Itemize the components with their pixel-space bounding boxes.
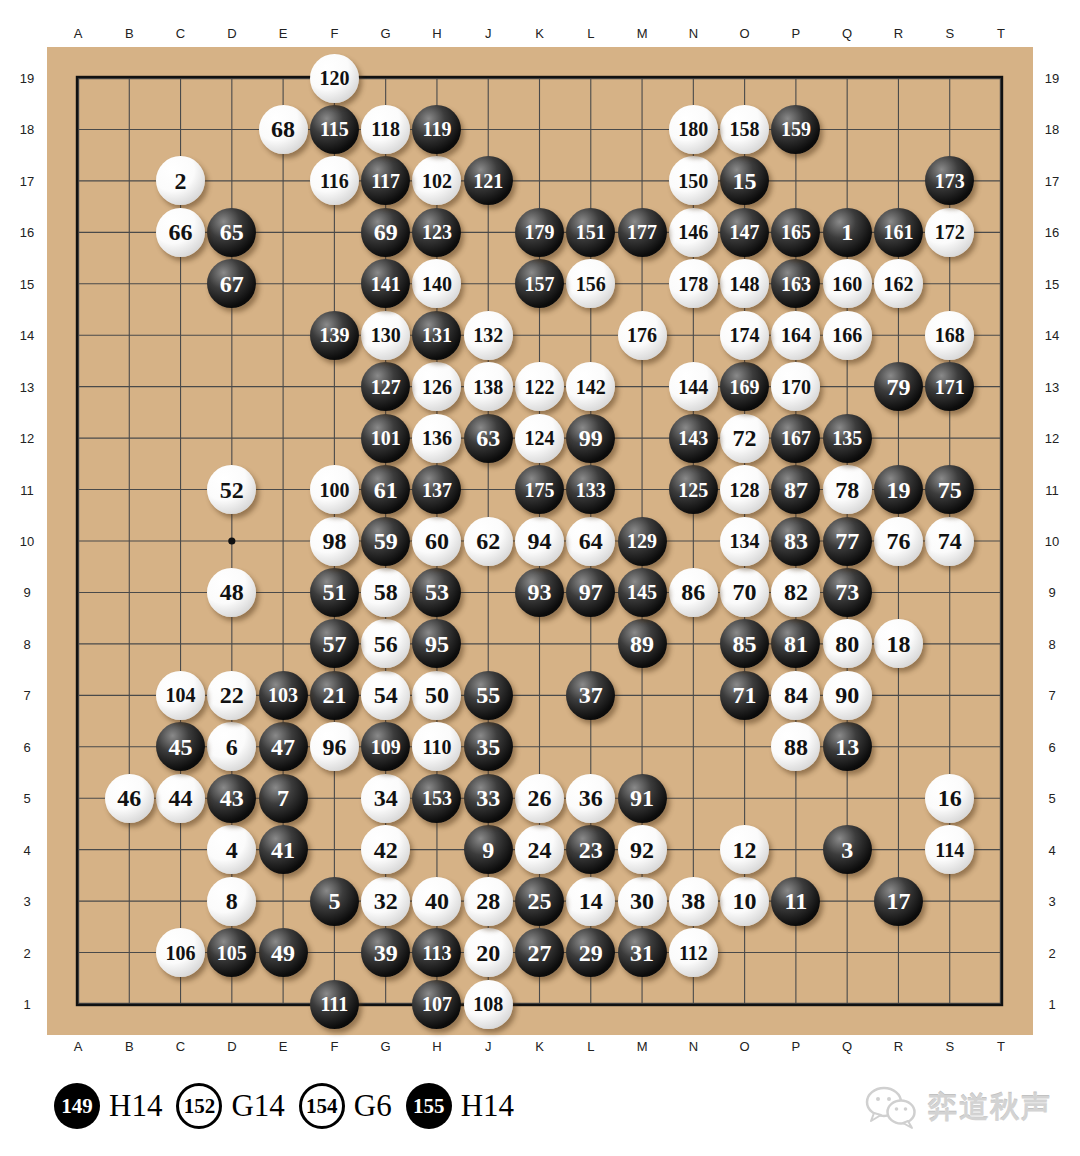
- stone-G12-move-101: 101: [361, 414, 410, 463]
- stone-number: 179: [525, 222, 555, 242]
- coord-label-left-15: 15: [20, 276, 34, 291]
- stone-number: 10: [733, 889, 757, 913]
- stone-number: 64: [579, 529, 603, 553]
- stone-number: 123: [422, 222, 452, 242]
- stone-O7-move-71: 71: [720, 671, 769, 720]
- stone-number: 93: [528, 580, 552, 604]
- stone-L2-move-29: 29: [566, 928, 615, 977]
- stone-number: 50: [425, 683, 449, 707]
- stone-number: 95: [425, 632, 449, 656]
- stone-K12-move-124: 124: [515, 414, 564, 463]
- stone-number: 58: [374, 580, 398, 604]
- coord-label-left-18: 18: [20, 122, 34, 137]
- stone-G14-move-130: 130: [361, 311, 410, 360]
- watermark: 弈道秋声: [862, 1082, 1052, 1134]
- stone-number: 124: [525, 428, 555, 448]
- stone-J7-move-55: 55: [464, 671, 513, 720]
- caption-point-152: G14: [231, 1088, 284, 1124]
- caption-move-155: 155H14: [406, 1083, 514, 1129]
- coord-label-left-13: 13: [20, 379, 34, 394]
- stone-number: 4: [226, 838, 238, 862]
- stone-number: 176: [627, 325, 657, 345]
- stone-J5-move-33: 33: [464, 774, 513, 823]
- stone-K15-move-157: 157: [515, 259, 564, 308]
- stone-number: 22: [220, 683, 244, 707]
- coord-label-right-9: 9: [1048, 585, 1055, 600]
- stone-number: 48: [220, 580, 244, 604]
- coord-label-right-2: 2: [1048, 945, 1055, 960]
- stone-E2-move-49: 49: [259, 928, 308, 977]
- stone-L10-move-64: 64: [566, 517, 615, 566]
- stone-number: 129: [627, 531, 657, 551]
- coord-label-top-Q: Q: [842, 26, 852, 41]
- stone-number: 30: [630, 889, 654, 913]
- coord-label-left-11: 11: [20, 482, 34, 497]
- coord-label-top-A: A: [74, 26, 83, 41]
- coord-label-left-3: 3: [23, 894, 30, 909]
- coord-label-bottom-A: A: [74, 1039, 83, 1054]
- stone-number: 128: [730, 480, 760, 500]
- stone-number: 98: [322, 529, 346, 553]
- coord-label-right-3: 3: [1048, 894, 1055, 909]
- stone-F8-move-57: 57: [310, 619, 359, 668]
- coord-label-left-1: 1: [23, 997, 30, 1012]
- stone-number: 158: [730, 119, 760, 139]
- stone-number: 138: [473, 377, 503, 397]
- stone-number: 40: [425, 889, 449, 913]
- star-point-D10: [228, 537, 235, 544]
- coord-label-right-13: 13: [1045, 379, 1059, 394]
- caption-stone-155: 155: [406, 1083, 452, 1129]
- stone-J12-move-63: 63: [464, 414, 513, 463]
- stone-number: 111: [320, 994, 348, 1014]
- stone-G4-move-42: 42: [361, 825, 410, 874]
- coord-label-top-B: B: [125, 26, 134, 41]
- stone-number: 41: [271, 838, 295, 862]
- stone-G16-move-69: 69: [361, 208, 410, 257]
- stone-number: 55: [476, 683, 500, 707]
- stone-number: 171: [935, 377, 965, 397]
- stone-K11-move-175: 175: [515, 465, 564, 514]
- stone-number: 91: [630, 786, 654, 810]
- coord-label-right-19: 19: [1045, 71, 1059, 86]
- stone-S10-move-74: 74: [925, 517, 974, 566]
- stone-number: 72: [733, 426, 757, 450]
- stone-number: 83: [784, 529, 808, 553]
- stone-number: 170: [781, 377, 811, 397]
- stone-number: 1: [841, 220, 853, 244]
- stone-number: 39: [374, 941, 398, 965]
- stone-number: 119: [422, 119, 451, 139]
- stone-Q4-move-3: 3: [823, 825, 872, 874]
- stone-H14-move-131: 131: [412, 311, 461, 360]
- stone-N16-move-146: 146: [669, 208, 718, 257]
- stone-number: 68: [271, 117, 295, 141]
- watermark-text: 弈道秋声: [928, 1088, 1052, 1128]
- stone-J1-move-108: 108: [464, 980, 513, 1029]
- stone-number: 23: [579, 838, 603, 862]
- stone-F14-move-139: 139: [310, 311, 359, 360]
- coord-label-left-14: 14: [20, 328, 34, 343]
- coord-label-top-P: P: [792, 26, 801, 41]
- stone-number: 161: [883, 222, 913, 242]
- stone-S5-move-16: 16: [925, 774, 974, 823]
- stone-number: 24: [528, 838, 552, 862]
- stone-R8-move-18: 18: [874, 619, 923, 668]
- stone-Q11-move-78: 78: [823, 465, 872, 514]
- stone-number: 125: [678, 480, 708, 500]
- stone-number: 133: [576, 480, 606, 500]
- stone-number: 92: [630, 838, 654, 862]
- stone-M2-move-31: 31: [618, 928, 667, 977]
- coord-label-left-12: 12: [20, 431, 34, 446]
- stone-number: 168: [935, 325, 965, 345]
- stone-P14-move-164: 164: [771, 311, 820, 360]
- coord-label-bottom-R: R: [894, 1039, 903, 1054]
- stone-number: 99: [579, 426, 603, 450]
- stone-number: 45: [169, 735, 193, 759]
- coord-label-top-L: L: [587, 26, 594, 41]
- stone-number: 34: [374, 786, 398, 810]
- stone-number: 96: [322, 735, 346, 759]
- stone-number: 117: [371, 171, 400, 191]
- stone-K13-move-122: 122: [515, 362, 564, 411]
- coord-label-top-K: K: [535, 26, 544, 41]
- coord-label-top-T: T: [997, 26, 1005, 41]
- coord-label-left-17: 17: [20, 173, 34, 188]
- stone-P10-move-83: 83: [771, 517, 820, 566]
- stone-L12-move-99: 99: [566, 414, 615, 463]
- stone-O4-move-12: 12: [720, 825, 769, 874]
- stone-number: 77: [835, 529, 859, 553]
- stone-number: 101: [371, 428, 401, 448]
- stone-N9-move-86: 86: [669, 568, 718, 617]
- stone-number: 104: [166, 685, 196, 705]
- coord-label-bottom-C: C: [176, 1039, 185, 1054]
- caption-stone-154: 154: [299, 1083, 345, 1129]
- stone-number: 69: [374, 220, 398, 244]
- stone-H1-move-107: 107: [412, 980, 461, 1029]
- stone-number: 136: [422, 428, 452, 448]
- stone-number: 86: [681, 580, 705, 604]
- stone-P16-move-165: 165: [771, 208, 820, 257]
- coord-label-bottom-F: F: [330, 1039, 338, 1054]
- stone-G7-move-54: 54: [361, 671, 410, 720]
- coord-label-right-7: 7: [1048, 688, 1055, 703]
- stone-number: 105: [217, 943, 247, 963]
- coord-label-right-6: 6: [1048, 739, 1055, 754]
- stone-R10-move-76: 76: [874, 517, 923, 566]
- stone-number: 61: [374, 478, 398, 502]
- stone-number: 139: [319, 325, 349, 345]
- stone-number: 102: [422, 171, 452, 191]
- stone-number: 26: [528, 786, 552, 810]
- stone-L16-move-151: 151: [566, 208, 615, 257]
- stone-number: 84: [784, 683, 808, 707]
- stone-O18-move-158: 158: [720, 105, 769, 154]
- stone-Q9-move-73: 73: [823, 568, 872, 617]
- stone-number: 150: [678, 171, 708, 191]
- coord-label-top-C: C: [176, 26, 185, 41]
- stone-number: 121: [473, 171, 503, 191]
- stone-number: 148: [730, 274, 760, 294]
- stone-number: 11: [785, 889, 808, 913]
- caption-point-155: H14: [461, 1088, 514, 1124]
- coord-label-right-12: 12: [1045, 431, 1059, 446]
- coord-label-left-2: 2: [23, 945, 30, 960]
- stone-number: 60: [425, 529, 449, 553]
- stone-number: 62: [476, 529, 500, 553]
- stone-number: 162: [883, 274, 913, 294]
- coord-label-right-10: 10: [1045, 534, 1059, 549]
- stone-number: 9: [482, 838, 494, 862]
- stone-number: 75: [938, 478, 962, 502]
- stone-O14-move-174: 174: [720, 311, 769, 360]
- stone-number: 13: [835, 735, 859, 759]
- coord-label-bottom-Q: Q: [842, 1039, 852, 1054]
- coord-label-bottom-E: E: [279, 1039, 288, 1054]
- stone-D7-move-22: 22: [207, 671, 256, 720]
- stone-number: 56: [374, 632, 398, 656]
- stone-O16-move-147: 147: [720, 208, 769, 257]
- stone-number: 65: [220, 220, 244, 244]
- stone-Q10-move-77: 77: [823, 517, 872, 566]
- go-diagram-page: AABBCCDDEEFFGGHHJJKKLLMMNNOOPPQQRRSSTT19…: [0, 0, 1080, 1156]
- coord-label-bottom-S: S: [945, 1039, 954, 1054]
- stone-number: 88: [784, 735, 808, 759]
- stone-number: 5: [328, 889, 340, 913]
- caption-move-152: 152G14: [176, 1083, 284, 1129]
- stone-number: 106: [166, 943, 196, 963]
- stone-number: 35: [476, 735, 500, 759]
- stone-N12-move-143: 143: [669, 414, 718, 463]
- stone-number: 87: [784, 478, 808, 502]
- stone-number: 2: [175, 169, 187, 193]
- stone-O9-move-70: 70: [720, 568, 769, 617]
- stone-M8-move-89: 89: [618, 619, 667, 668]
- stone-L5-move-36: 36: [566, 774, 615, 823]
- stone-M5-move-91: 91: [618, 774, 667, 823]
- stone-number: 43: [220, 786, 244, 810]
- stone-D16-move-65: 65: [207, 208, 256, 257]
- stone-number: 82: [784, 580, 808, 604]
- stone-number: 146: [678, 222, 708, 242]
- stone-number: 164: [781, 325, 811, 345]
- caption-point-154: G6: [354, 1088, 392, 1124]
- stone-C16-move-66: 66: [156, 208, 205, 257]
- stone-number: 52: [220, 478, 244, 502]
- coord-label-bottom-H: H: [432, 1039, 441, 1054]
- stone-number: 113: [422, 943, 451, 963]
- coord-label-left-7: 7: [23, 688, 30, 703]
- coord-label-left-19: 19: [20, 71, 34, 86]
- coord-label-top-G: G: [381, 26, 391, 41]
- coord-label-left-10: 10: [20, 534, 34, 549]
- stone-K3-move-25: 25: [515, 877, 564, 926]
- stone-number: 20: [476, 941, 500, 965]
- stone-number: 54: [374, 683, 398, 707]
- stone-number: 89: [630, 632, 654, 656]
- stone-number: 44: [169, 786, 193, 810]
- stone-S14-move-168: 168: [925, 311, 974, 360]
- stone-N17-move-150: 150: [669, 156, 718, 205]
- stone-number: 116: [320, 171, 349, 191]
- stone-number: 175: [525, 480, 555, 500]
- stone-number: 38: [681, 889, 705, 913]
- stone-R13-move-79: 79: [874, 362, 923, 411]
- stone-number: 159: [781, 119, 811, 139]
- coord-label-bottom-K: K: [535, 1039, 544, 1054]
- stone-number: 100: [319, 480, 349, 500]
- coord-label-left-8: 8: [23, 636, 30, 651]
- stone-number: 70: [733, 580, 757, 604]
- stone-F7-move-21: 21: [310, 671, 359, 720]
- caption-stone-152: 152: [176, 1083, 222, 1129]
- stone-number: 74: [938, 529, 962, 553]
- stone-number: 144: [678, 377, 708, 397]
- stone-C7-move-104: 104: [156, 671, 205, 720]
- stone-E18-move-68: 68: [259, 105, 308, 154]
- stone-G5-move-34: 34: [361, 774, 410, 823]
- stone-number: 180: [678, 119, 708, 139]
- stone-L3-move-14: 14: [566, 877, 615, 926]
- stone-O3-move-10: 10: [720, 877, 769, 926]
- coord-label-right-16: 16: [1045, 225, 1059, 240]
- stone-N11-move-125: 125: [669, 465, 718, 514]
- coord-label-bottom-O: O: [740, 1039, 750, 1054]
- stone-number: 94: [528, 529, 552, 553]
- stone-J10-move-62: 62: [464, 517, 513, 566]
- stone-H3-move-40: 40: [412, 877, 461, 926]
- stone-number: 15: [733, 169, 757, 193]
- stone-Q15-move-160: 160: [823, 259, 872, 308]
- coord-label-top-F: F: [330, 26, 338, 41]
- stone-O11-move-128: 128: [720, 465, 769, 514]
- stone-S11-move-75: 75: [925, 465, 974, 514]
- stone-number: 42: [374, 838, 398, 862]
- stone-K5-move-26: 26: [515, 774, 564, 823]
- stone-F9-move-51: 51: [310, 568, 359, 617]
- stone-number: 147: [730, 222, 760, 242]
- stone-number: 166: [832, 325, 862, 345]
- stone-number: 118: [371, 119, 400, 139]
- coord-label-right-1: 1: [1048, 997, 1055, 1012]
- stone-number: 141: [371, 274, 401, 294]
- coord-label-left-16: 16: [20, 225, 34, 240]
- stone-E6-move-47: 47: [259, 722, 308, 771]
- stone-B5-move-46: 46: [105, 774, 154, 823]
- stone-Q16-move-1: 1: [823, 208, 872, 257]
- coord-label-top-D: D: [227, 26, 236, 41]
- coord-label-right-4: 4: [1048, 842, 1055, 857]
- stone-number: 172: [935, 222, 965, 242]
- stone-number: 57: [322, 632, 346, 656]
- stone-P7-move-84: 84: [771, 671, 820, 720]
- stone-number: 177: [627, 222, 657, 242]
- stone-number: 21: [322, 683, 346, 707]
- stone-number: 120: [319, 68, 349, 88]
- stone-number: 130: [371, 325, 401, 345]
- coord-label-left-9: 9: [23, 585, 30, 600]
- stone-M14-move-176: 176: [618, 311, 667, 360]
- stone-J14-move-132: 132: [464, 311, 513, 360]
- stone-number: 79: [886, 375, 910, 399]
- stone-N3-move-38: 38: [669, 877, 718, 926]
- stone-number: 126: [422, 377, 452, 397]
- stone-number: 80: [835, 632, 859, 656]
- coord-label-top-J: J: [485, 26, 492, 41]
- stone-number: 135: [832, 428, 862, 448]
- stone-S16-move-172: 172: [925, 208, 974, 257]
- coord-label-bottom-T: T: [997, 1039, 1005, 1054]
- stone-number: 143: [678, 428, 708, 448]
- stone-number: 51: [322, 580, 346, 604]
- stone-number: 167: [781, 428, 811, 448]
- stone-number: 178: [678, 274, 708, 294]
- stone-G3-move-32: 32: [361, 877, 410, 926]
- stone-number: 160: [832, 274, 862, 294]
- coord-label-right-15: 15: [1045, 276, 1059, 291]
- stone-number: 127: [371, 377, 401, 397]
- stone-number: 18: [886, 632, 910, 656]
- stone-L11-move-133: 133: [566, 465, 615, 514]
- stone-D9-move-48: 48: [207, 568, 256, 617]
- stone-P9-move-82: 82: [771, 568, 820, 617]
- coord-label-left-4: 4: [23, 842, 30, 857]
- stone-number: 37: [579, 683, 603, 707]
- stone-number: 28: [476, 889, 500, 913]
- stone-G2-move-39: 39: [361, 928, 410, 977]
- stone-number: 17: [886, 889, 910, 913]
- stone-Q7-move-90: 90: [823, 671, 872, 720]
- coord-label-right-5: 5: [1048, 791, 1055, 806]
- stone-R3-move-17: 17: [874, 877, 923, 926]
- coord-label-top-O: O: [740, 26, 750, 41]
- coord-label-left-6: 6: [23, 739, 30, 754]
- stone-J4-move-9: 9: [464, 825, 513, 874]
- stone-number: 71: [733, 683, 757, 707]
- stone-number: 132: [473, 325, 503, 345]
- stone-M3-move-30: 30: [618, 877, 667, 926]
- stone-E4-move-41: 41: [259, 825, 308, 874]
- stone-M4-move-92: 92: [618, 825, 667, 874]
- stone-number: 153: [422, 788, 452, 808]
- stone-G13-move-127: 127: [361, 362, 410, 411]
- stone-C2-move-106: 106: [156, 928, 205, 977]
- stone-number: 67: [220, 272, 244, 296]
- stone-number: 12: [733, 838, 757, 862]
- stone-number: 85: [733, 632, 757, 656]
- stone-Q8-move-80: 80: [823, 619, 872, 668]
- stone-Q14-move-166: 166: [823, 311, 872, 360]
- stone-H12-move-136: 136: [412, 414, 461, 463]
- coord-label-top-R: R: [894, 26, 903, 41]
- stone-number: 47: [271, 735, 295, 759]
- coord-label-top-E: E: [279, 26, 288, 41]
- coord-label-bottom-B: B: [125, 1039, 134, 1054]
- caption-stone-149: 149: [54, 1083, 100, 1129]
- stone-M10-move-129: 129: [618, 517, 667, 566]
- stone-number: 131: [422, 325, 452, 345]
- stone-M16-move-177: 177: [618, 208, 667, 257]
- stone-J17-move-121: 121: [464, 156, 513, 205]
- stone-K10-move-94: 94: [515, 517, 564, 566]
- stone-O12-move-72: 72: [720, 414, 769, 463]
- stone-number: 97: [579, 580, 603, 604]
- stone-number: 157: [525, 274, 555, 294]
- stone-number: 19: [886, 478, 910, 502]
- stone-number: 122: [525, 377, 555, 397]
